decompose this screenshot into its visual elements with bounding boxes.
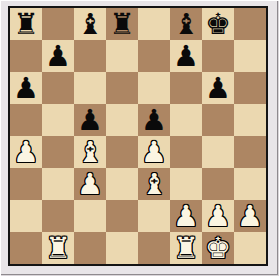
black-rook[interactable]: ♜ — [106, 8, 138, 40]
square-b6[interactable] — [42, 72, 74, 104]
square-c3[interactable]: ♟ — [74, 168, 106, 200]
square-h1[interactable] — [234, 232, 266, 264]
square-a1[interactable] — [10, 232, 42, 264]
square-h5[interactable] — [234, 104, 266, 136]
black-king[interactable]: ♚ — [202, 8, 234, 40]
square-h2[interactable]: ♟ — [234, 200, 266, 232]
square-e3[interactable]: ♝ — [138, 168, 170, 200]
diagram-panel: ♜♝♜♝♚♟♟♟♟♟♟♟♝♟♟♝♟♟♟♜♜♚ — [0, 0, 279, 276]
square-g3[interactable] — [202, 168, 234, 200]
black-pawn[interactable]: ♟ — [74, 104, 106, 136]
square-f5[interactable] — [170, 104, 202, 136]
square-a2[interactable] — [10, 200, 42, 232]
square-h7[interactable] — [234, 40, 266, 72]
square-e5[interactable]: ♟ — [138, 104, 170, 136]
square-b4[interactable] — [42, 136, 74, 168]
square-d4[interactable] — [106, 136, 138, 168]
square-f1[interactable]: ♜ — [170, 232, 202, 264]
square-f3[interactable] — [170, 168, 202, 200]
square-c4[interactable]: ♝ — [74, 136, 106, 168]
square-h8[interactable] — [234, 8, 266, 40]
square-d6[interactable] — [106, 72, 138, 104]
white-rook[interactable]: ♜ — [42, 232, 74, 264]
square-b2[interactable] — [42, 200, 74, 232]
square-f2[interactable]: ♟ — [170, 200, 202, 232]
white-pawn[interactable]: ♟ — [74, 168, 106, 200]
square-f7[interactable]: ♟ — [170, 40, 202, 72]
square-g4[interactable] — [202, 136, 234, 168]
white-pawn[interactable]: ♟ — [170, 200, 202, 232]
square-g6[interactable]: ♟ — [202, 72, 234, 104]
white-king[interactable]: ♚ — [202, 232, 234, 264]
square-c8[interactable]: ♝ — [74, 8, 106, 40]
white-bishop[interactable]: ♝ — [138, 168, 170, 200]
square-g1[interactable]: ♚ — [202, 232, 234, 264]
black-bishop[interactable]: ♝ — [170, 8, 202, 40]
chess-board: ♜♝♜♝♚♟♟♟♟♟♟♟♝♟♟♝♟♟♟♜♜♚ — [8, 6, 268, 266]
square-c1[interactable] — [74, 232, 106, 264]
square-a7[interactable] — [10, 40, 42, 72]
square-c7[interactable] — [74, 40, 106, 72]
square-c6[interactable] — [74, 72, 106, 104]
square-b8[interactable] — [42, 8, 74, 40]
black-pawn[interactable]: ♟ — [42, 40, 74, 72]
white-rook[interactable]: ♜ — [170, 232, 202, 264]
square-b3[interactable] — [42, 168, 74, 200]
square-h6[interactable] — [234, 72, 266, 104]
square-f4[interactable] — [170, 136, 202, 168]
square-d5[interactable] — [106, 104, 138, 136]
black-pawn[interactable]: ♟ — [10, 72, 42, 104]
square-g5[interactable] — [202, 104, 234, 136]
black-pawn[interactable]: ♟ — [170, 40, 202, 72]
square-d8[interactable]: ♜ — [106, 8, 138, 40]
black-rook[interactable]: ♜ — [10, 8, 42, 40]
black-pawn[interactable]: ♟ — [138, 104, 170, 136]
white-pawn[interactable]: ♟ — [202, 200, 234, 232]
square-a3[interactable] — [10, 168, 42, 200]
square-a5[interactable] — [10, 104, 42, 136]
square-g8[interactable]: ♚ — [202, 8, 234, 40]
square-h3[interactable] — [234, 168, 266, 200]
square-d2[interactable] — [106, 200, 138, 232]
square-f8[interactable]: ♝ — [170, 8, 202, 40]
white-bishop[interactable]: ♝ — [74, 136, 106, 168]
square-e6[interactable] — [138, 72, 170, 104]
square-f6[interactable] — [170, 72, 202, 104]
square-e1[interactable] — [138, 232, 170, 264]
square-d1[interactable] — [106, 232, 138, 264]
black-bishop[interactable]: ♝ — [74, 8, 106, 40]
square-a8[interactable]: ♜ — [10, 8, 42, 40]
square-g7[interactable] — [202, 40, 234, 72]
square-a4[interactable]: ♟ — [10, 136, 42, 168]
white-pawn[interactable]: ♟ — [138, 136, 170, 168]
square-e8[interactable] — [138, 8, 170, 40]
square-c5[interactable]: ♟ — [74, 104, 106, 136]
white-pawn[interactable]: ♟ — [10, 136, 42, 168]
square-e2[interactable] — [138, 200, 170, 232]
square-g2[interactable]: ♟ — [202, 200, 234, 232]
white-pawn[interactable]: ♟ — [234, 200, 266, 232]
square-e7[interactable] — [138, 40, 170, 72]
square-b5[interactable] — [42, 104, 74, 136]
square-a6[interactable]: ♟ — [10, 72, 42, 104]
square-b7[interactable]: ♟ — [42, 40, 74, 72]
square-h4[interactable] — [234, 136, 266, 168]
square-d3[interactable] — [106, 168, 138, 200]
black-pawn[interactable]: ♟ — [202, 72, 234, 104]
square-c2[interactable] — [74, 200, 106, 232]
square-e4[interactable]: ♟ — [138, 136, 170, 168]
square-b1[interactable]: ♜ — [42, 232, 74, 264]
square-d7[interactable] — [106, 40, 138, 72]
